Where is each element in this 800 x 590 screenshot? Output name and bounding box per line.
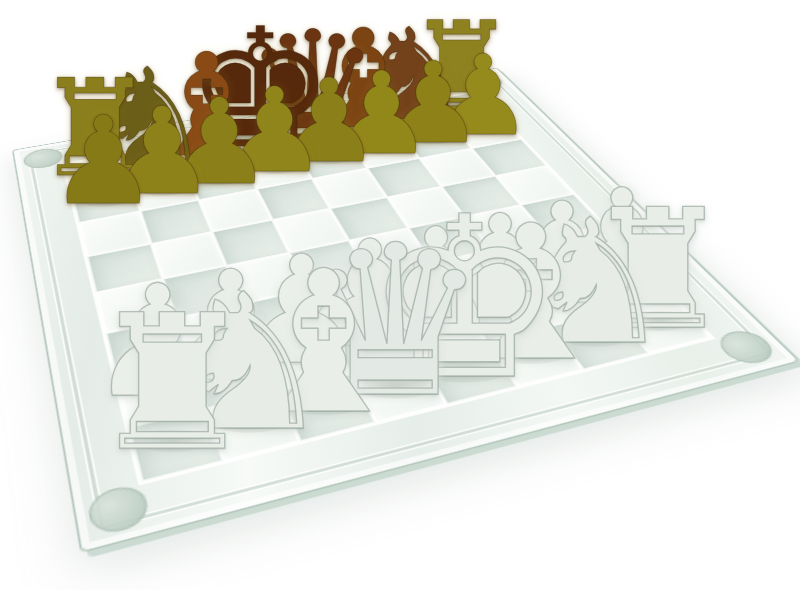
chess-board [12,68,800,554]
product-photo-scene: ♜♞♝♚♛♝♞♜♟♟♟♟♟♟♟♟♟♟♟♟♟♟♟♟♜♞♝♛♚♝♞♜ [0,0,800,590]
